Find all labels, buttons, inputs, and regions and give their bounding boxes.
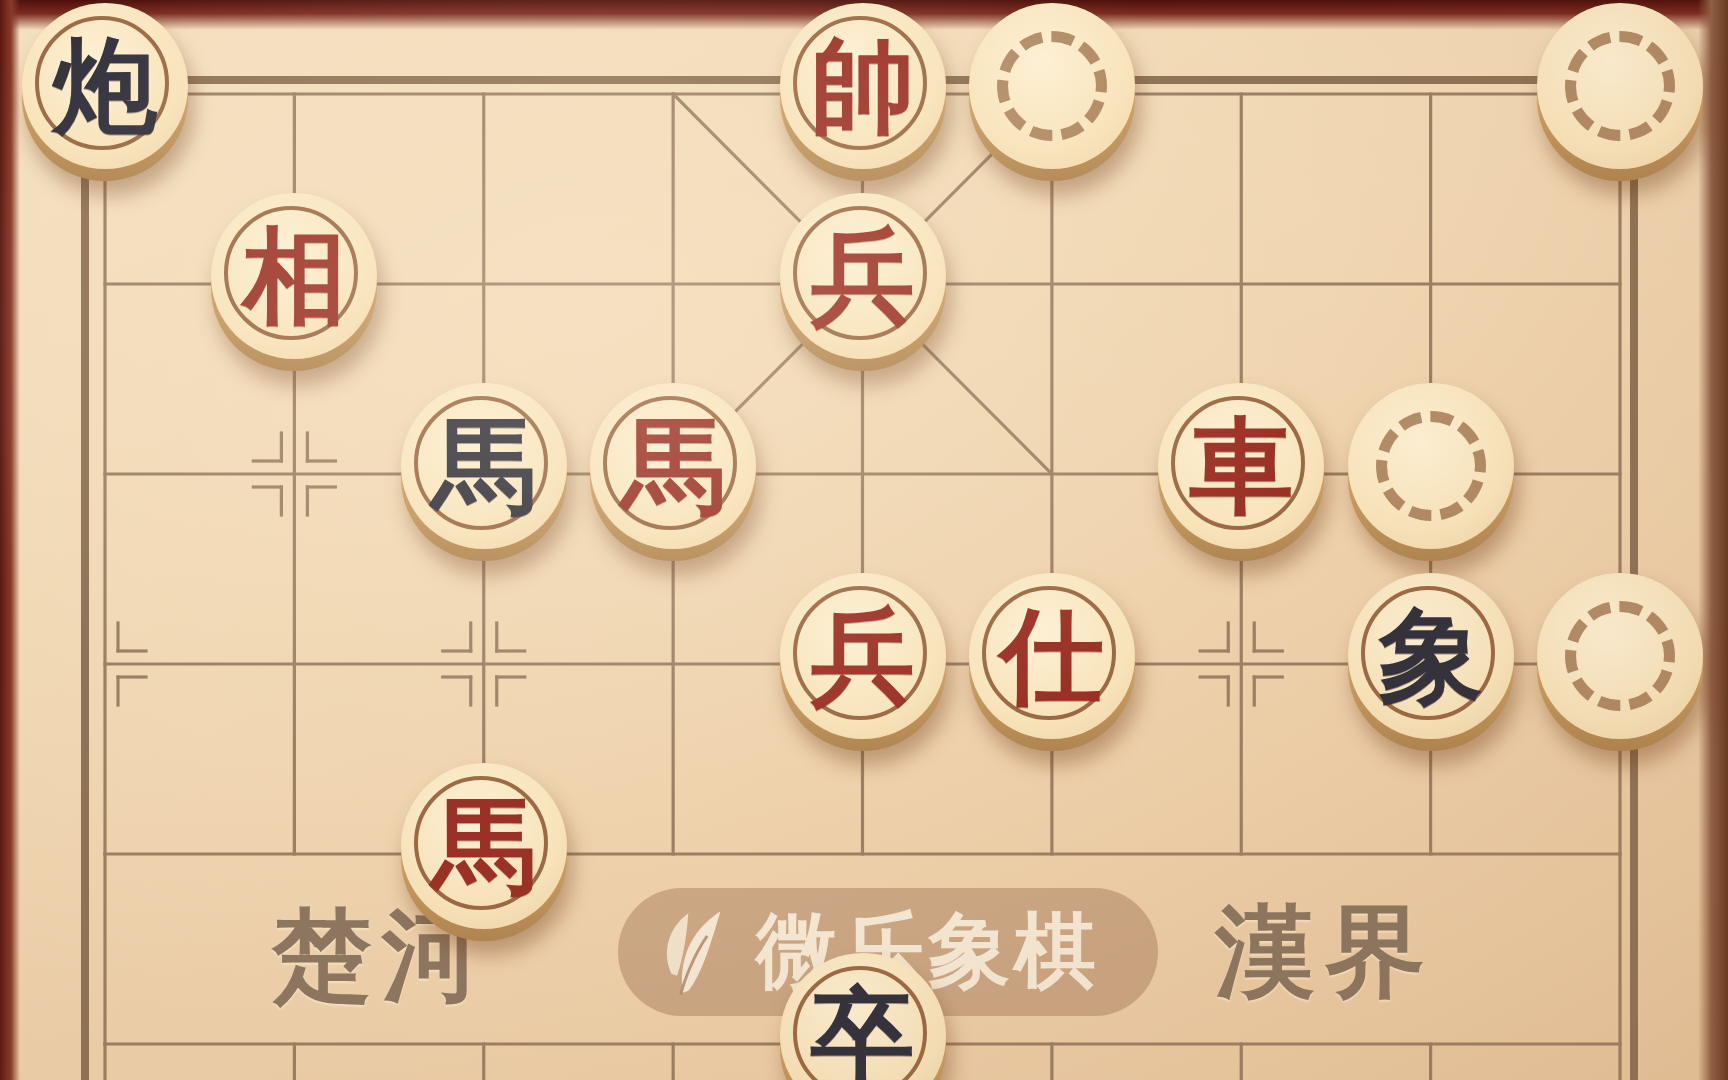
- piece-glyph: 仕: [969, 573, 1135, 739]
- piece-red-elephant[interactable]: 相: [211, 193, 377, 371]
- piece-glyph: 卒: [780, 953, 946, 1080]
- facedown-ornament-ring: [1565, 31, 1675, 141]
- piece-red-horse[interactable]: 馬: [590, 383, 756, 561]
- piece-glyph: 帥: [780, 3, 946, 169]
- piece-glyph: 兵: [780, 573, 946, 739]
- piece-glyph: 馬: [590, 383, 756, 549]
- facedown-ornament-ring: [997, 31, 1107, 141]
- piece-glyph: 兵: [780, 193, 946, 359]
- piece-black-elephant[interactable]: 象: [1348, 573, 1514, 751]
- leaf-logo-icon: [646, 900, 742, 1004]
- piece-red-soldier[interactable]: 兵: [780, 193, 946, 371]
- piece-black-horse[interactable]: 馬: [401, 383, 567, 561]
- piece-red-horse[interactable]: 馬: [401, 763, 567, 941]
- piece-glyph: 車: [1158, 383, 1324, 549]
- piece-glyph: 相: [211, 193, 377, 359]
- piece-glyph: 炮: [22, 3, 188, 169]
- piece-black-soldier[interactable]: 卒: [780, 953, 946, 1080]
- river-label-hanjie: 漢界: [1215, 886, 1435, 1021]
- piece-hidden[interactable]: [1537, 3, 1703, 181]
- facedown-ornament-ring: [1376, 411, 1486, 521]
- piece-glyph: 馬: [401, 763, 567, 929]
- piece-hidden[interactable]: [1537, 573, 1703, 751]
- piece-red-general[interactable]: 帥: [780, 3, 946, 181]
- piece-glyph: 馬: [401, 383, 567, 549]
- piece-red-advisor[interactable]: 仕: [969, 573, 1135, 751]
- facedown-ornament-ring: [1565, 601, 1675, 711]
- piece-red-chariot[interactable]: 車: [1158, 383, 1324, 561]
- piece-red-soldier[interactable]: 兵: [780, 573, 946, 751]
- xiangqi-board: 楚河 漢界 微乐象棋 炮帥相兵馬馬車兵仕象馬卒: [0, 0, 1728, 1080]
- piece-hidden[interactable]: [1348, 383, 1514, 561]
- piece-black-cannon[interactable]: 炮: [22, 3, 188, 181]
- piece-glyph: 象: [1348, 573, 1514, 739]
- piece-hidden[interactable]: [969, 3, 1135, 181]
